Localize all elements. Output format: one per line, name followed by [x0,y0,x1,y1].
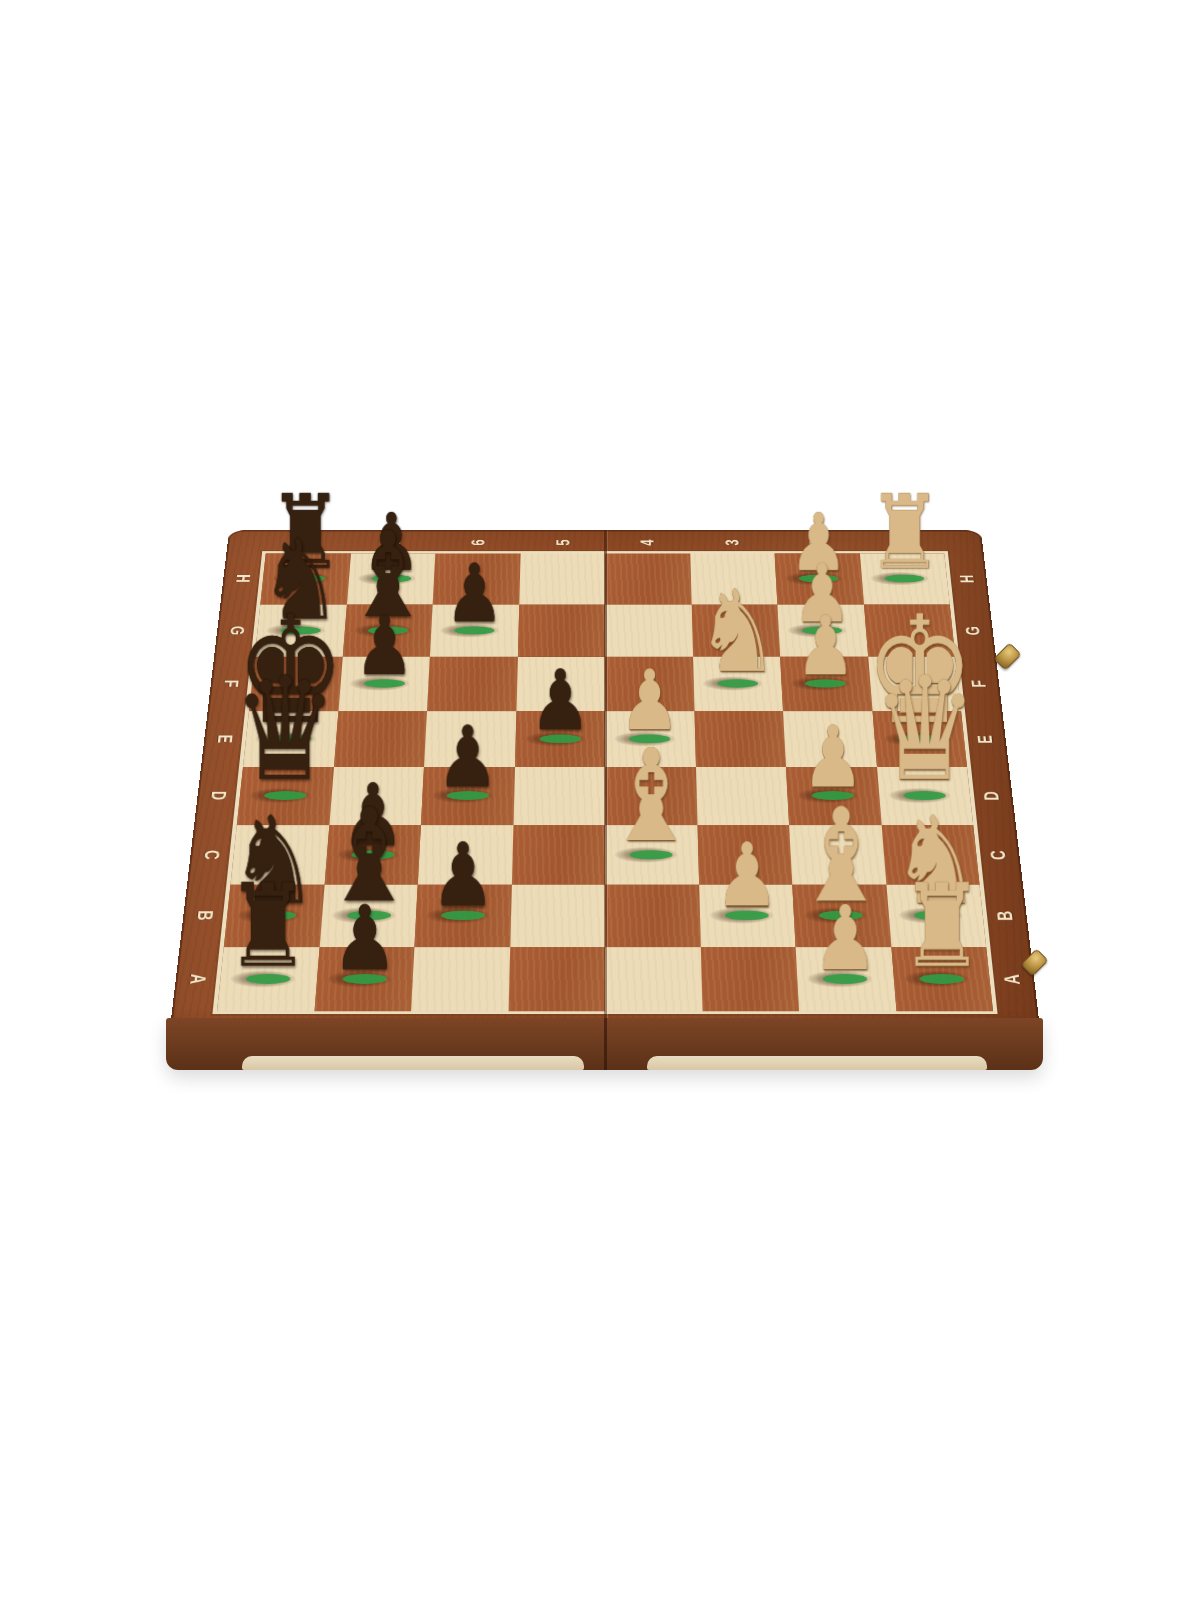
square-b4[interactable] [605,885,700,947]
square-e3[interactable] [694,711,786,767]
black-rook[interactable]: ♜ [226,873,310,982]
black-pawn[interactable]: ♟ [332,897,398,982]
square-a1[interactable]: ♜ [891,947,993,1011]
square-h4[interactable] [605,553,691,604]
square-d6[interactable]: ♟ [421,767,515,825]
square-a7[interactable]: ♟ [314,947,414,1011]
front-fold-seam [604,1018,607,1070]
black-queen[interactable]: ♛ [233,662,338,798]
white-pawn[interactable]: ♟ [796,608,856,686]
black-pawn[interactable]: ♟ [354,608,414,686]
white-bishop[interactable]: ♝ [605,736,699,857]
square-d3[interactable] [696,767,790,825]
square-a2[interactable]: ♟ [796,947,896,1011]
black-pawn[interactable]: ♟ [529,662,590,741]
square-f7[interactable]: ♟ [338,657,430,711]
square-e5[interactable]: ♟ [515,711,606,767]
square-c5[interactable] [511,825,605,885]
square-g5[interactable] [517,604,605,656]
square-b3[interactable]: ♟ [699,885,796,947]
square-d5[interactable] [513,767,605,825]
white-pawn[interactable]: ♟ [813,897,879,982]
square-b5[interactable] [510,885,605,947]
front-grip-groove-left [242,1056,584,1070]
square-a8[interactable]: ♜ [217,947,319,1011]
square-a3[interactable] [700,947,799,1011]
square-b6[interactable]: ♟ [414,885,511,947]
black-pawn[interactable]: ♟ [437,718,499,799]
square-h5[interactable] [519,553,605,604]
square-a6[interactable] [411,947,510,1011]
square-a5[interactable] [508,947,605,1011]
white-rook[interactable]: ♜ [867,484,942,581]
square-g6[interactable]: ♟ [430,604,519,656]
square-c4[interactable]: ♝ [605,825,699,885]
square-g4[interactable] [605,604,693,656]
white-knight[interactable]: ♞ [696,578,779,686]
black-pawn[interactable]: ♟ [445,556,504,633]
square-a4[interactable] [605,947,702,1011]
chessboard-frame: 87654321 87654321 HGFEDCBA HGFEDCBA ♜♟♟♜… [168,530,1041,1041]
square-f3[interactable]: ♞ [693,657,783,711]
white-pawn[interactable]: ♟ [715,835,780,918]
board-front-edge [166,1018,1043,1070]
white-rook[interactable]: ♜ [900,873,984,982]
white-queen[interactable]: ♛ [872,662,977,798]
product-photo-chess-set: 87654321 87654321 HGFEDCBA HGFEDCBA ♜♟♟♜… [0,0,1200,1600]
black-pawn[interactable]: ♟ [431,835,496,918]
square-e7[interactable] [334,711,427,767]
square-f2[interactable]: ♟ [780,657,872,711]
square-f6[interactable] [427,657,517,711]
front-grip-groove-right [647,1056,987,1070]
